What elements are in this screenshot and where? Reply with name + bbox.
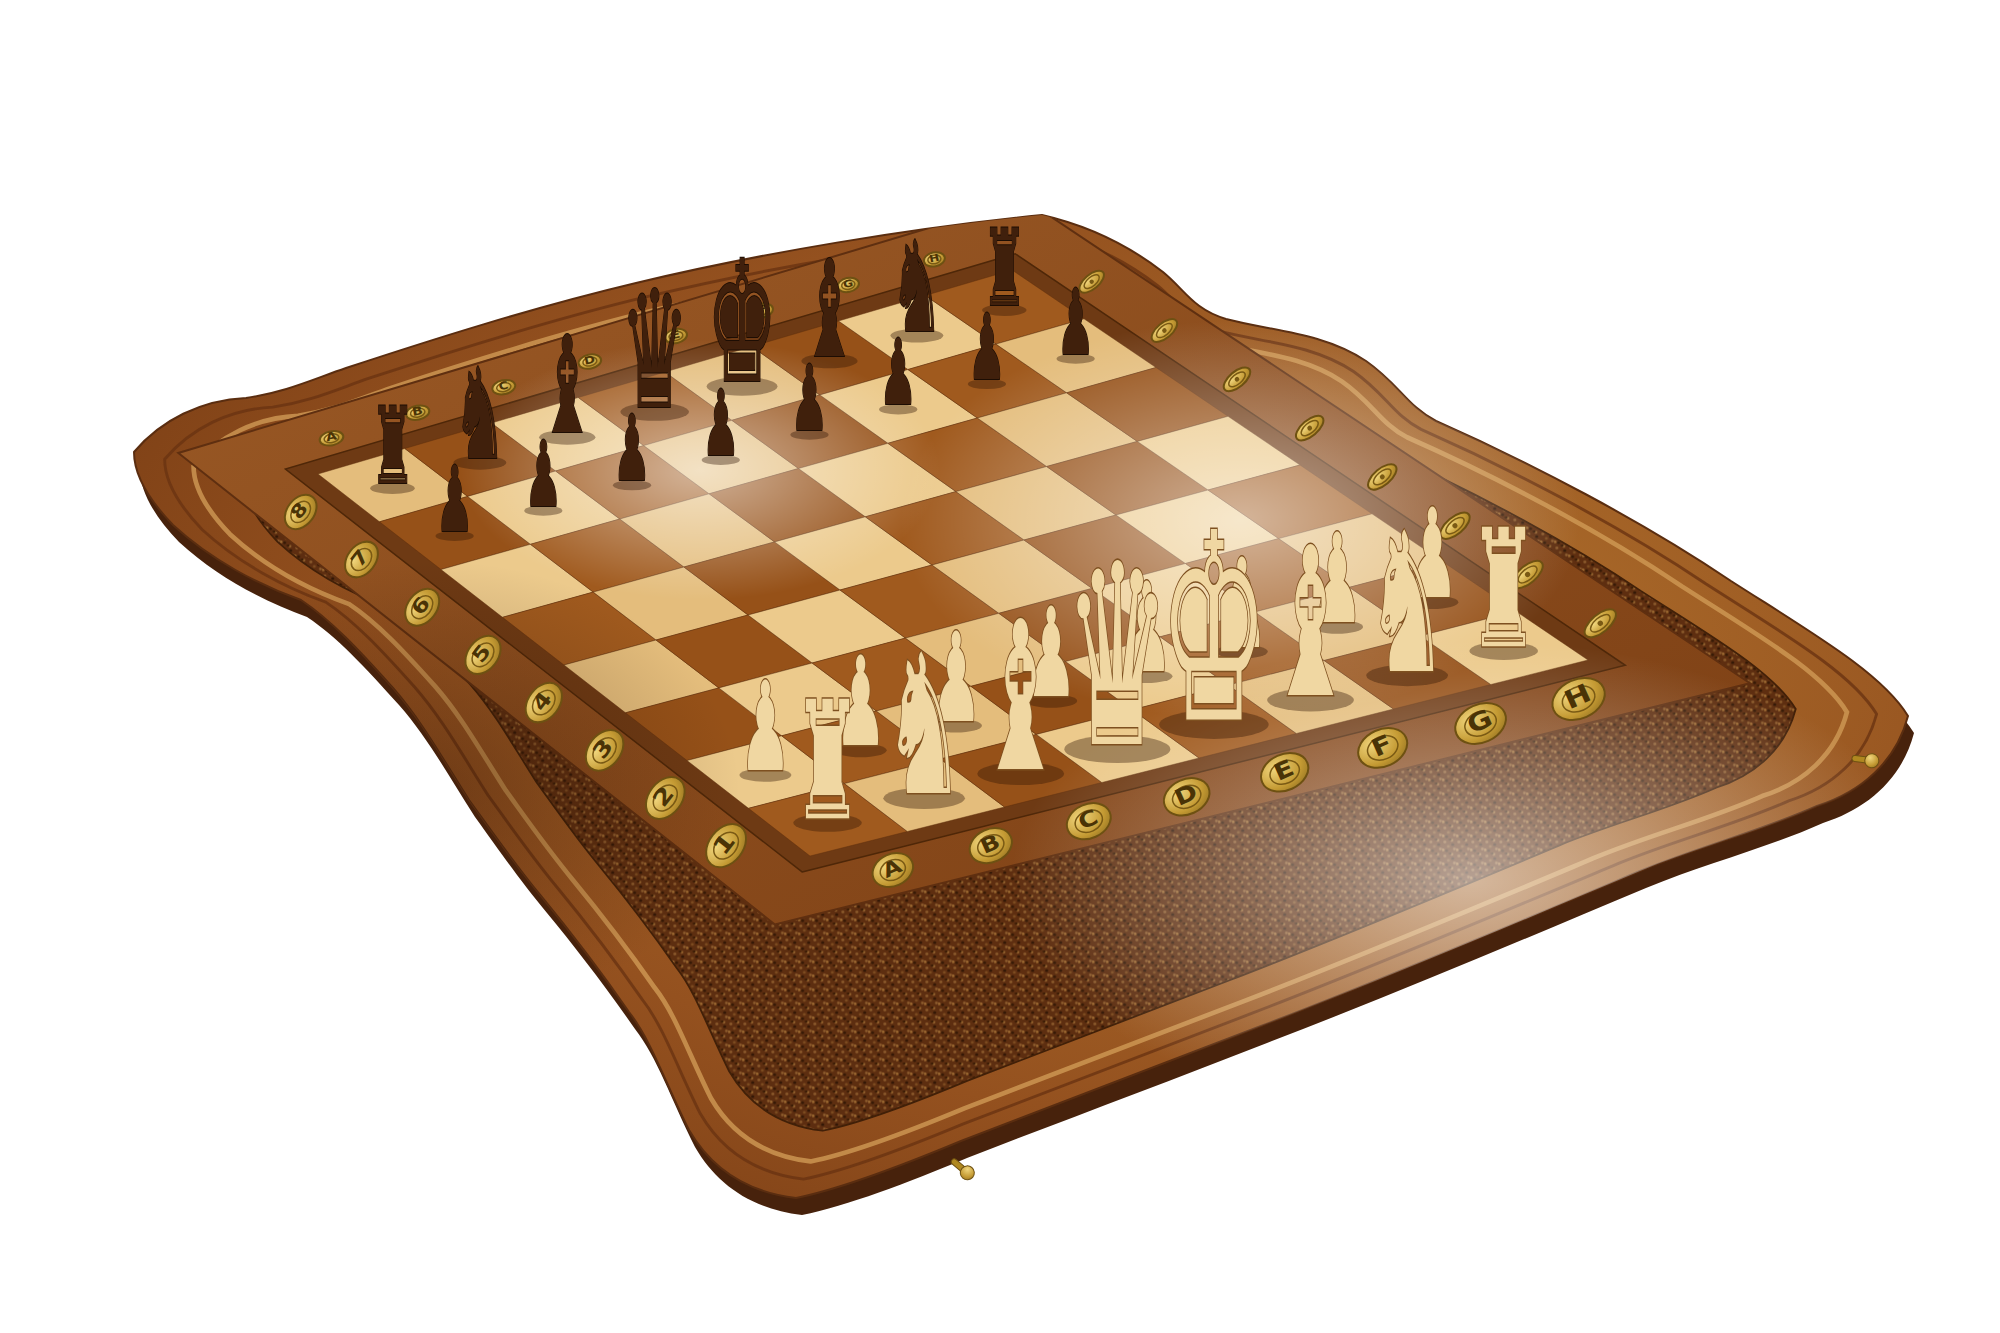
piece-white-rook-h1: ♜ — [1469, 495, 1538, 684]
piece-black-pawn-e7: ♟ — [790, 345, 828, 451]
piece-white-rook-a1: ♜ — [793, 667, 862, 856]
piece-black-rook-a8: ♜ — [370, 385, 415, 509]
piece-black-pawn-h7: ♟ — [1056, 269, 1094, 375]
chessboard-scene: ABCDEFGH12345678ABCDEFGH♜♞♟♝♟♚♟♛♟♝♟♞♟♜♟♟… — [0, 0, 2000, 1333]
photo-stage: ABCDEFGH12345678ABCDEFGH♜♞♟♝♟♚♟♛♟♝♟♞♟♜♟♟… — [0, 0, 2000, 1333]
piece-white-queen-d1: ♛ — [1064, 510, 1170, 803]
piece-black-pawn-g7: ♟ — [968, 295, 1006, 401]
piece-black-pawn-b7: ♟ — [524, 421, 562, 527]
left-vignette — [120, 560, 740, 1020]
piece-white-king-e1: ♚ — [1159, 478, 1269, 781]
piece-black-pawn-c7: ♟ — [613, 396, 651, 502]
piece-white-pawn-a2: ♟ — [739, 655, 791, 800]
piece-black-pawn-d7: ♟ — [702, 371, 740, 477]
piece-white-bishop-f1: ♝ — [1267, 503, 1354, 744]
piece-white-knight-b1: ♞ — [883, 613, 965, 840]
piece-black-pawn-a7: ♟ — [435, 447, 473, 553]
piece-black-pawn-f7: ♟ — [879, 320, 917, 426]
piece-white-bishop-c1: ♝ — [977, 577, 1064, 818]
piece-white-knight-g1: ♞ — [1366, 490, 1448, 717]
